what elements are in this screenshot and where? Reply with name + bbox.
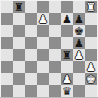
square-b3[interactable] <box>13 61 25 73</box>
square-c3[interactable] <box>25 61 37 73</box>
square-g3[interactable] <box>73 61 85 73</box>
square-a6[interactable] <box>1 25 13 37</box>
square-b1[interactable] <box>13 85 25 97</box>
square-h5[interactable] <box>85 37 97 49</box>
square-d1[interactable] <box>37 85 49 97</box>
square-h6[interactable] <box>85 25 97 37</box>
square-g1[interactable] <box>73 85 85 97</box>
square-h2[interactable]: ♚ <box>85 73 97 85</box>
square-d6[interactable] <box>37 25 49 37</box>
board-bottom-edge <box>0 97 98 98</box>
white-pawn-piece: ♟ <box>62 74 72 85</box>
square-d4[interactable] <box>37 49 49 61</box>
square-a2[interactable] <box>1 73 13 85</box>
square-e5[interactable] <box>49 37 61 49</box>
black-rook-piece: ♜ <box>14 2 24 13</box>
chess-board: ♜♜♟♟♟♚♟♜♟♟♟♚♛ <box>0 0 98 98</box>
square-c8[interactable] <box>25 1 37 13</box>
square-b6[interactable] <box>13 25 25 37</box>
square-b2[interactable] <box>13 73 25 85</box>
square-g8[interactable] <box>73 1 85 13</box>
square-f7[interactable]: ♟ <box>61 13 73 25</box>
black-rook-piece: ♜ <box>62 50 72 61</box>
square-g6[interactable]: ♚ <box>73 25 85 37</box>
square-h4[interactable] <box>85 49 97 61</box>
square-c7[interactable] <box>25 13 37 25</box>
black-pawn-piece: ♟ <box>74 38 84 49</box>
square-e1[interactable] <box>49 85 61 97</box>
square-a3[interactable] <box>1 61 13 73</box>
square-e8[interactable] <box>49 1 61 13</box>
square-e2[interactable] <box>49 73 61 85</box>
square-a8[interactable] <box>1 1 13 13</box>
square-h3[interactable]: ♟ <box>85 61 97 73</box>
square-f2[interactable]: ♟ <box>61 73 73 85</box>
square-a4[interactable] <box>1 49 13 61</box>
square-a1[interactable] <box>1 85 13 97</box>
square-h8[interactable]: ♜ <box>85 1 97 13</box>
square-f8[interactable] <box>61 1 73 13</box>
white-pawn-piece: ♟ <box>74 50 84 61</box>
black-queen-piece: ♛ <box>62 86 72 97</box>
square-e3[interactable] <box>49 61 61 73</box>
square-g5[interactable]: ♟ <box>73 37 85 49</box>
square-h1[interactable] <box>85 85 97 97</box>
square-a5[interactable] <box>1 37 13 49</box>
square-f4[interactable]: ♜ <box>61 49 73 61</box>
chess-diagram: ♜♜♟♟♟♚♟♜♟♟♟♚♛ <box>0 0 98 98</box>
square-g7[interactable]: ♟ <box>73 13 85 25</box>
square-b5[interactable] <box>13 37 25 49</box>
square-e7[interactable] <box>49 13 61 25</box>
square-c5[interactable] <box>25 37 37 49</box>
white-rook-piece: ♜ <box>86 2 96 13</box>
square-b7[interactable] <box>13 13 25 25</box>
square-f3[interactable] <box>61 61 73 73</box>
square-a7[interactable] <box>1 13 13 25</box>
black-pawn-piece: ♟ <box>74 14 84 25</box>
square-c1[interactable] <box>25 85 37 97</box>
square-d7[interactable]: ♟ <box>37 13 49 25</box>
black-pawn-piece: ♟ <box>62 14 72 25</box>
square-f1[interactable]: ♛ <box>61 85 73 97</box>
square-c6[interactable] <box>25 25 37 37</box>
square-f5[interactable] <box>61 37 73 49</box>
square-d2[interactable] <box>37 73 49 85</box>
square-h7[interactable] <box>85 13 97 25</box>
square-b4[interactable] <box>13 49 25 61</box>
square-c4[interactable] <box>25 49 37 61</box>
black-king-piece: ♚ <box>74 26 84 37</box>
white-pawn-piece: ♟ <box>86 62 96 73</box>
square-d5[interactable] <box>37 37 49 49</box>
square-e4[interactable] <box>49 49 61 61</box>
square-b8[interactable]: ♜ <box>13 1 25 13</box>
white-pawn-piece: ♟ <box>38 14 48 25</box>
square-e6[interactable] <box>49 25 61 37</box>
square-c2[interactable] <box>25 73 37 85</box>
square-g4[interactable]: ♟ <box>73 49 85 61</box>
square-d8[interactable] <box>37 1 49 13</box>
square-f6[interactable] <box>61 25 73 37</box>
square-g2[interactable] <box>73 73 85 85</box>
white-king-piece: ♚ <box>86 74 96 85</box>
square-d3[interactable] <box>37 61 49 73</box>
